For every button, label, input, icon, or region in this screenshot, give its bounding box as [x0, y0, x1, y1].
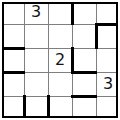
- cell-r3c1[interactable]: [24, 72, 48, 96]
- cell-r0c0[interactable]: [0, 0, 24, 24]
- clue-number: 3: [31, 4, 41, 20]
- cell-r0c4[interactable]: [96, 0, 120, 24]
- cell-r2c4[interactable]: [96, 48, 120, 72]
- cell-r2c0[interactable]: [0, 48, 24, 72]
- cell-r3c3[interactable]: [72, 72, 96, 96]
- cell-r4c0[interactable]: [0, 96, 24, 120]
- cell-r2c3[interactable]: [72, 48, 96, 72]
- cell-r0c1[interactable]: 3: [24, 0, 48, 24]
- cell-r2c2[interactable]: 2: [48, 48, 72, 72]
- cell-r0c3[interactable]: [72, 0, 96, 24]
- clue-number: 3: [103, 76, 113, 92]
- cell-r1c3[interactable]: [72, 24, 96, 48]
- clue-number: 2: [55, 52, 65, 68]
- cell-r4c4[interactable]: [96, 96, 120, 120]
- cell-r3c0[interactable]: [0, 72, 24, 96]
- cell-r1c4[interactable]: [96, 24, 120, 48]
- cell-r4c2[interactable]: [48, 96, 72, 120]
- cell-r4c3[interactable]: [72, 96, 96, 120]
- cell-r1c0[interactable]: [0, 24, 24, 48]
- cell-r3c4[interactable]: 3: [96, 72, 120, 96]
- cell-r0c2[interactable]: [48, 0, 72, 24]
- cell-r1c1[interactable]: [24, 24, 48, 48]
- puzzle-board: 323: [2, 2, 118, 118]
- cell-r2c1[interactable]: [24, 48, 48, 72]
- cell-r1c2[interactable]: [48, 24, 72, 48]
- cell-r4c1[interactable]: [24, 96, 48, 120]
- cell-r3c2[interactable]: [48, 72, 72, 96]
